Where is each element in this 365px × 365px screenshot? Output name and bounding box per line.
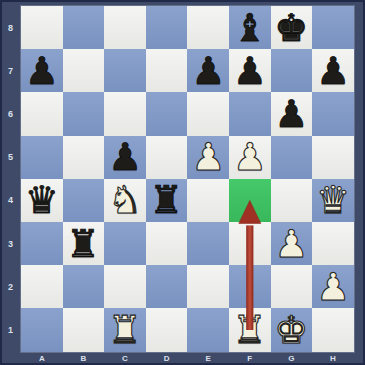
piece-black-queen-a4[interactable]: ♛ — [21, 179, 63, 222]
square-a1[interactable] — [21, 308, 63, 351]
square-c1[interactable]: ♜ — [104, 308, 146, 351]
square-d1[interactable] — [146, 308, 188, 351]
square-g5[interactable] — [271, 136, 313, 179]
piece-black-pawn-g6[interactable]: ♟ — [271, 92, 313, 135]
rank-label-7: 7 — [2, 49, 19, 92]
square-e4[interactable] — [187, 179, 229, 222]
square-g2[interactable] — [271, 265, 313, 308]
square-f7[interactable]: ♟ — [229, 49, 271, 92]
file-label-g: G — [271, 352, 313, 365]
file-label-d: D — [146, 352, 188, 365]
file-labels: ABCDEFGH — [21, 352, 354, 365]
square-a5[interactable] — [21, 136, 63, 179]
rank-label-8: 8 — [2, 6, 19, 49]
square-h2[interactable]: ♟ — [312, 265, 354, 308]
file-label-a: A — [21, 352, 63, 365]
square-f8[interactable]: ♝ — [229, 6, 271, 49]
rank-label-5: 5 — [2, 136, 19, 179]
square-e5[interactable]: ♟ — [187, 136, 229, 179]
square-h6[interactable] — [312, 92, 354, 135]
square-c8[interactable] — [104, 6, 146, 49]
square-c7[interactable] — [104, 49, 146, 92]
square-d4[interactable]: ♜ — [146, 179, 188, 222]
square-d3[interactable] — [146, 222, 188, 265]
square-d7[interactable] — [146, 49, 188, 92]
square-b8[interactable] — [63, 6, 105, 49]
square-b1[interactable] — [63, 308, 105, 351]
chess-board-frame: 87654321 ABCDEFGH ♝♚♟♟♟♟♟♟♟♟♛♞♜♛♜♟♟♜♜♚ — [0, 0, 365, 365]
rank-label-6: 6 — [2, 92, 19, 135]
piece-white-pawn-f5[interactable]: ♟ — [229, 136, 271, 179]
square-d8[interactable] — [146, 6, 188, 49]
square-g1[interactable]: ♚ — [271, 308, 313, 351]
rank-label-4: 4 — [2, 179, 19, 222]
piece-white-pawn-e5[interactable]: ♟ — [187, 136, 229, 179]
file-label-c: C — [104, 352, 146, 365]
piece-black-bishop-f8[interactable]: ♝ — [229, 6, 271, 49]
square-a7[interactable]: ♟ — [21, 49, 63, 92]
chess-board: ♝♚♟♟♟♟♟♟♟♟♛♞♜♛♜♟♟♜♜♚ — [21, 6, 354, 352]
square-b3[interactable]: ♜ — [63, 222, 105, 265]
square-h7[interactable]: ♟ — [312, 49, 354, 92]
square-f4[interactable] — [229, 179, 271, 222]
square-e2[interactable] — [187, 265, 229, 308]
square-g3[interactable]: ♟ — [271, 222, 313, 265]
square-d2[interactable] — [146, 265, 188, 308]
file-label-f: F — [229, 352, 271, 365]
square-e8[interactable] — [187, 6, 229, 49]
square-h4[interactable]: ♛ — [312, 179, 354, 222]
square-d6[interactable] — [146, 92, 188, 135]
piece-black-rook-d4[interactable]: ♜ — [146, 179, 188, 222]
square-c2[interactable] — [104, 265, 146, 308]
square-f1[interactable]: ♜ — [229, 308, 271, 351]
square-g7[interactable] — [271, 49, 313, 92]
square-c6[interactable] — [104, 92, 146, 135]
square-g8[interactable]: ♚ — [271, 6, 313, 49]
piece-white-knight-c4[interactable]: ♞ — [104, 179, 146, 222]
square-c4[interactable]: ♞ — [104, 179, 146, 222]
piece-black-pawn-c5[interactable]: ♟ — [104, 136, 146, 179]
file-label-h: H — [312, 352, 354, 365]
piece-white-pawn-h2[interactable]: ♟ — [312, 265, 354, 308]
square-b4[interactable] — [63, 179, 105, 222]
square-h1[interactable] — [312, 308, 354, 351]
rank-label-3: 3 — [2, 222, 19, 265]
piece-white-queen-h4[interactable]: ♛ — [312, 179, 354, 222]
square-f6[interactable] — [229, 92, 271, 135]
square-g4[interactable] — [271, 179, 313, 222]
piece-black-pawn-h7[interactable]: ♟ — [312, 49, 354, 92]
file-label-b: B — [63, 352, 105, 365]
piece-black-pawn-f7[interactable]: ♟ — [229, 49, 271, 92]
square-a2[interactable] — [21, 265, 63, 308]
square-h3[interactable] — [312, 222, 354, 265]
square-a8[interactable] — [21, 6, 63, 49]
rank-label-1: 1 — [2, 308, 19, 351]
square-f2[interactable] — [229, 265, 271, 308]
file-label-e: E — [187, 352, 229, 365]
square-b7[interactable] — [63, 49, 105, 92]
square-e1[interactable] — [187, 308, 229, 351]
piece-white-rook-c1[interactable]: ♜ — [104, 308, 146, 351]
square-a3[interactable] — [21, 222, 63, 265]
square-b2[interactable] — [63, 265, 105, 308]
piece-white-pawn-g3[interactable]: ♟ — [271, 222, 313, 265]
piece-black-king-g8[interactable]: ♚ — [271, 6, 313, 49]
square-f3[interactable] — [229, 222, 271, 265]
square-g6[interactable]: ♟ — [271, 92, 313, 135]
square-h5[interactable] — [312, 136, 354, 179]
square-e6[interactable] — [187, 92, 229, 135]
piece-black-pawn-e7[interactable]: ♟ — [187, 49, 229, 92]
piece-white-king-g1[interactable]: ♚ — [271, 308, 313, 351]
piece-black-pawn-a7[interactable]: ♟ — [21, 49, 63, 92]
square-d5[interactable] — [146, 136, 188, 179]
square-c3[interactable] — [104, 222, 146, 265]
square-e7[interactable]: ♟ — [187, 49, 229, 92]
square-b6[interactable] — [63, 92, 105, 135]
square-c5[interactable]: ♟ — [104, 136, 146, 179]
square-f5[interactable]: ♟ — [229, 136, 271, 179]
piece-black-rook-b3[interactable]: ♜ — [63, 222, 105, 265]
square-e3[interactable] — [187, 222, 229, 265]
square-b5[interactable] — [63, 136, 105, 179]
rank-labels: 87654321 — [0, 6, 21, 352]
square-a4[interactable]: ♛ — [21, 179, 63, 222]
square-a6[interactable] — [21, 92, 63, 135]
square-h8[interactable] — [312, 6, 354, 49]
rank-label-2: 2 — [2, 265, 19, 308]
piece-white-rook-f1[interactable]: ♜ — [229, 308, 271, 351]
